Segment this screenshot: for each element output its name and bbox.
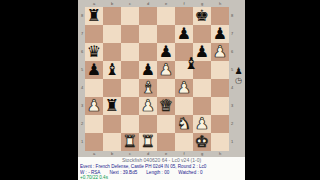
square-g8[interactable]: ♚ [193,7,211,25]
game-caption: Stockfish 040620 64 - Lc0 v24 (1-0) Even… [78,157,245,180]
file-label-f: f [175,152,193,156]
file-label-c: c [121,152,139,156]
piece-black-a5: ♟ [85,60,103,79]
square-f4[interactable]: ♟ [175,79,193,97]
piece-black-b5: ♝ [103,60,121,79]
piece-black-d5: ♟ [139,60,157,79]
square-f1[interactable] [175,133,193,151]
file-labels-bottom: abcdefgh [85,152,229,156]
file-label-b: b [103,2,121,6]
piece-white-g2: ♟ [193,114,211,133]
square-h7[interactable]: ♟ [211,25,229,43]
rank-label-3: 3 [230,97,234,115]
square-h2[interactable] [211,115,229,133]
piece-black-a8: ♜ [85,6,103,25]
caption-stat-0: W : - RSA [80,170,100,175]
square-c6[interactable] [121,43,139,61]
rank-label-1: 1 [80,133,84,151]
square-b5[interactable]: ♝ [103,61,121,79]
square-d8[interactable] [139,7,157,25]
square-b1[interactable] [103,133,121,151]
square-e8[interactable] [157,7,175,25]
rank-label-2: 2 [80,115,84,133]
rank-label-8: 8 [230,7,234,25]
square-a1[interactable] [85,133,103,151]
rank-label-8: 8 [80,7,84,25]
square-c5[interactable] [121,61,139,79]
square-d4[interactable]: ♝ [139,79,157,97]
square-a2[interactable] [85,115,103,133]
square-h5[interactable] [211,61,229,79]
piece-white-e5: ♟ [157,60,175,79]
square-g4[interactable] [193,79,211,97]
file-label-h: h [211,152,229,156]
file-labels-top: abcdefgh [85,2,229,6]
piece-white-g1: ♚ [193,132,211,151]
square-h8[interactable] [211,7,229,25]
square-d5[interactable]: ♟ [139,61,157,79]
square-b4[interactable] [103,79,121,97]
square-c1[interactable]: ♜ [121,133,139,151]
square-e1[interactable] [157,133,175,151]
piece-black-a6: ♛ [85,42,103,61]
video-frame: abcdefgh abcdefgh 87654321 87654321 ♜♚♟♟… [0,0,320,180]
square-e2[interactable] [157,115,175,133]
file-label-e: e [157,2,175,6]
square-e5[interactable]: ♟ [157,61,175,79]
event-line: Event : French Defense, Castle PH 02d4 I… [80,164,245,169]
square-b2[interactable] [103,115,121,133]
piece-white-f2: ♞ [175,114,193,133]
file-label-a: a [85,2,103,6]
chess-board: ♜♚♟♟♛♟♟♟♟♝♟♟♝♟♟♜♟♛♞♟♜♜♚♝ [85,7,229,151]
square-c2[interactable] [121,115,139,133]
square-e4[interactable] [157,79,175,97]
square-c3[interactable] [121,97,139,115]
square-a8[interactable]: ♜ [85,7,103,25]
file-label-f: f [175,2,193,6]
square-b8[interactable] [103,7,121,25]
square-f3[interactable] [175,97,193,115]
file-label-d: d [139,152,157,156]
square-a3[interactable]: ♟ [85,97,103,115]
square-d2[interactable] [139,115,157,133]
square-g2[interactable]: ♟ [193,115,211,133]
square-b6[interactable] [103,43,121,61]
rank-label-3: 3 [80,97,84,115]
clock-icon: ◷ [235,76,242,85]
engine-eval: +0.70/22 0.4s [80,175,245,180]
square-c7[interactable] [121,25,139,43]
piece-black-h7: ♟ [211,24,229,43]
piece-white-a3: ♟ [85,96,103,115]
file-label-g: g [193,152,211,156]
rank-label-7: 7 [230,25,234,43]
square-e6[interactable]: ♟ [157,43,175,61]
rank-label-6: 6 [80,43,84,61]
square-f8[interactable] [175,7,193,25]
square-g7[interactable] [193,25,211,43]
file-label-e: e [157,152,175,156]
piece-black-f7: ♟ [175,24,193,43]
animated-black-bishop: ♝ [182,54,200,73]
rank-label-4: 4 [80,79,84,97]
square-a6[interactable]: ♛ [85,43,103,61]
file-label-d: d [139,2,157,6]
rank-label-6: 6 [230,43,234,61]
stats-line: W : - RSANext : 39.Bd5Length : 00Watched… [80,170,245,175]
piece-black-e6: ♟ [157,42,175,61]
rank-label-2: 2 [230,115,234,133]
square-g1[interactable]: ♚ [193,133,211,151]
piece-black-b3: ♜ [103,96,121,115]
turn-indicator: ♟ ◷ [233,66,244,85]
piece-white-h6: ♟ [211,42,229,61]
caption-stat-3: Watched : 0 [178,170,202,175]
square-f7[interactable]: ♟ [175,25,193,43]
square-h6[interactable]: ♟ [211,43,229,61]
square-b7[interactable] [103,25,121,43]
rank-label-7: 7 [80,25,84,43]
square-e3[interactable]: ♛ [157,97,175,115]
rank-label-5: 5 [80,61,84,79]
players-title: Stockfish 040620 64 - Lc0 v24 (1-0) [78,158,245,164]
square-c8[interactable] [121,7,139,25]
file-label-c: c [121,2,139,6]
square-a5[interactable]: ♟ [85,61,103,79]
square-d6[interactable] [139,43,157,61]
square-c4[interactable] [121,79,139,97]
piece-white-e3: ♛ [157,96,175,115]
square-d1[interactable]: ♜ [139,133,157,151]
square-a7[interactable] [85,25,103,43]
rank-label-1: 1 [230,133,234,151]
square-f2[interactable]: ♞ [175,115,193,133]
caption-stat-1: Next : 39.Bd5 [109,170,137,175]
file-label-h: h [211,2,229,6]
piece-black-g8: ♚ [193,6,211,25]
piece-white-d3: ♟ [139,96,157,115]
square-h3[interactable] [211,97,229,115]
rank-labels-left: 87654321 [80,7,84,151]
square-d3[interactable]: ♟ [139,97,157,115]
square-d7[interactable] [139,25,157,43]
piece-white-d4: ♝ [139,78,157,97]
square-h1[interactable] [211,133,229,151]
turn-pawn-icon: ♟ [234,66,242,76]
file-label-g: g [193,2,211,6]
square-b3[interactable]: ♜ [103,97,121,115]
piece-white-c1: ♜ [121,132,139,151]
file-label-b: b [103,152,121,156]
square-g3[interactable] [193,97,211,115]
square-h4[interactable] [211,79,229,97]
piece-white-f4: ♟ [175,78,193,97]
piece-white-d1: ♜ [139,132,157,151]
chess-gui-panel: abcdefgh abcdefgh 87654321 87654321 ♜♚♟♟… [78,0,245,180]
square-e7[interactable] [157,25,175,43]
file-label-a: a [85,152,103,156]
caption-stat-2: Length : 00 [146,170,169,175]
square-a4[interactable] [85,79,103,97]
